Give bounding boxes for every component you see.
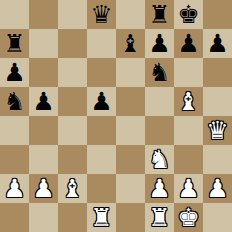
- square-h7[interactable]: ♟: [203, 29, 232, 58]
- square-b1[interactable]: [29, 203, 58, 232]
- black-pawn[interactable]: ♟: [177, 29, 199, 58]
- white-queen[interactable]: ♛: [206, 116, 228, 145]
- white-pawn[interactable]: ♟: [3, 174, 25, 203]
- square-e6[interactable]: [116, 58, 145, 87]
- square-d5[interactable]: ♟: [87, 87, 116, 116]
- square-c4[interactable]: [58, 116, 87, 145]
- white-bishop[interactable]: ♝: [177, 87, 199, 116]
- square-h2[interactable]: ♟: [203, 174, 232, 203]
- white-pawn[interactable]: ♟: [32, 174, 54, 203]
- square-a5[interactable]: ♞: [0, 87, 29, 116]
- square-e3[interactable]: [116, 145, 145, 174]
- square-b4[interactable]: [29, 116, 58, 145]
- white-rook[interactable]: ♜: [148, 203, 170, 232]
- square-a2[interactable]: ♟: [0, 174, 29, 203]
- square-f3[interactable]: ♞: [145, 145, 174, 174]
- chess-board: ♛♜♚♜♝♟♟♟♟♞♞♟♟♝♛♞♟♟♝♟♟♟♜♜♚: [0, 0, 232, 232]
- white-rook[interactable]: ♜: [90, 203, 112, 232]
- black-pawn[interactable]: ♟: [32, 87, 54, 116]
- square-b6[interactable]: [29, 58, 58, 87]
- square-h8[interactable]: [203, 0, 232, 29]
- square-e4[interactable]: [116, 116, 145, 145]
- square-d1[interactable]: ♜: [87, 203, 116, 232]
- square-h3[interactable]: [203, 145, 232, 174]
- square-d7[interactable]: [87, 29, 116, 58]
- black-pawn[interactable]: ♟: [90, 87, 112, 116]
- black-pawn[interactable]: ♟: [206, 29, 228, 58]
- black-rook[interactable]: ♜: [3, 29, 25, 58]
- black-knight[interactable]: ♞: [148, 58, 170, 87]
- square-a3[interactable]: [0, 145, 29, 174]
- black-knight[interactable]: ♞: [3, 87, 25, 116]
- black-king[interactable]: ♚: [177, 0, 199, 29]
- square-h6[interactable]: [203, 58, 232, 87]
- square-b8[interactable]: [29, 0, 58, 29]
- square-g8[interactable]: ♚: [174, 0, 203, 29]
- square-d2[interactable]: [87, 174, 116, 203]
- square-e2[interactable]: [116, 174, 145, 203]
- square-e1[interactable]: [116, 203, 145, 232]
- square-g6[interactable]: [174, 58, 203, 87]
- square-d4[interactable]: [87, 116, 116, 145]
- square-f1[interactable]: ♜: [145, 203, 174, 232]
- square-c8[interactable]: [58, 0, 87, 29]
- square-e7[interactable]: ♝: [116, 29, 145, 58]
- square-b3[interactable]: [29, 145, 58, 174]
- black-bishop[interactable]: ♝: [119, 29, 141, 58]
- square-a8[interactable]: [0, 0, 29, 29]
- white-pawn[interactable]: ♟: [177, 174, 199, 203]
- square-b7[interactable]: [29, 29, 58, 58]
- square-c6[interactable]: [58, 58, 87, 87]
- square-f2[interactable]: ♟: [145, 174, 174, 203]
- square-g4[interactable]: [174, 116, 203, 145]
- square-c2[interactable]: ♝: [58, 174, 87, 203]
- white-king[interactable]: ♚: [177, 203, 199, 232]
- square-f4[interactable]: [145, 116, 174, 145]
- square-f6[interactable]: ♞: [145, 58, 174, 87]
- white-pawn[interactable]: ♟: [148, 174, 170, 203]
- square-a6[interactable]: ♟: [0, 58, 29, 87]
- square-g7[interactable]: ♟: [174, 29, 203, 58]
- square-c1[interactable]: [58, 203, 87, 232]
- black-rook[interactable]: ♜: [148, 0, 170, 29]
- white-pawn[interactable]: ♟: [206, 174, 228, 203]
- square-h1[interactable]: [203, 203, 232, 232]
- square-g1[interactable]: ♚: [174, 203, 203, 232]
- square-g5[interactable]: ♝: [174, 87, 203, 116]
- white-knight[interactable]: ♞: [148, 145, 170, 174]
- square-h5[interactable]: [203, 87, 232, 116]
- square-a4[interactable]: [0, 116, 29, 145]
- square-e8[interactable]: [116, 0, 145, 29]
- square-d6[interactable]: [87, 58, 116, 87]
- square-c3[interactable]: [58, 145, 87, 174]
- square-h4[interactable]: ♛: [203, 116, 232, 145]
- square-a1[interactable]: [0, 203, 29, 232]
- square-g3[interactable]: [174, 145, 203, 174]
- square-e5[interactable]: [116, 87, 145, 116]
- square-c7[interactable]: [58, 29, 87, 58]
- square-b5[interactable]: ♟: [29, 87, 58, 116]
- square-g2[interactable]: ♟: [174, 174, 203, 203]
- black-pawn[interactable]: ♟: [148, 29, 170, 58]
- square-d8[interactable]: ♛: [87, 0, 116, 29]
- white-bishop[interactable]: ♝: [61, 174, 83, 203]
- square-f5[interactable]: [145, 87, 174, 116]
- square-d3[interactable]: [87, 145, 116, 174]
- square-f8[interactable]: ♜: [145, 0, 174, 29]
- square-b2[interactable]: ♟: [29, 174, 58, 203]
- square-a7[interactable]: ♜: [0, 29, 29, 58]
- black-pawn[interactable]: ♟: [3, 58, 25, 87]
- square-c5[interactable]: [58, 87, 87, 116]
- square-f7[interactable]: ♟: [145, 29, 174, 58]
- black-queen[interactable]: ♛: [90, 0, 112, 29]
